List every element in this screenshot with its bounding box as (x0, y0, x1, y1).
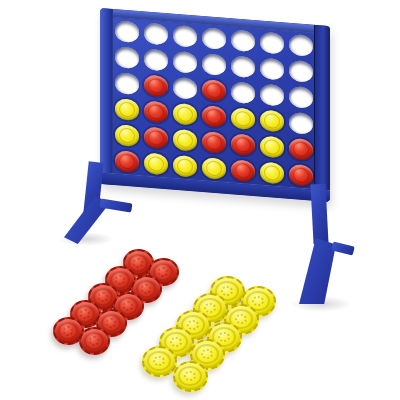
right-leg-post (310, 184, 328, 245)
empty-hole (173, 76, 197, 99)
yellow-checker[interactable] (173, 361, 208, 392)
board-grid (112, 17, 315, 189)
cell-r4c3[interactable] (170, 100, 199, 128)
right-leg-foot (294, 238, 336, 304)
cell-r2c1[interactable] (112, 43, 141, 71)
empty-hole (231, 81, 255, 104)
cell-r5c6[interactable] (257, 132, 286, 160)
red-piece (289, 137, 313, 160)
cell-r2c2[interactable] (141, 45, 170, 73)
red-piece (202, 130, 226, 153)
yellow-piece (115, 98, 139, 121)
cell-r3c2[interactable] (141, 71, 170, 99)
cell-r2c3[interactable] (170, 48, 199, 76)
cell-r6c3[interactable] (170, 152, 199, 180)
connect-four-product-photo (0, 0, 400, 400)
empty-hole (231, 55, 255, 78)
empty-hole (289, 33, 313, 56)
empty-hole (115, 46, 139, 69)
empty-hole (260, 83, 284, 106)
cell-r6c5[interactable] (228, 156, 257, 184)
cell-r1c4[interactable] (199, 24, 228, 52)
cell-r3c7[interactable] (286, 83, 315, 111)
left-foot-shadow (58, 232, 114, 246)
cell-r4c7[interactable] (286, 109, 315, 137)
cell-r1c1[interactable] (112, 17, 141, 45)
red-piece (144, 74, 168, 97)
cell-r3c1[interactable] (112, 69, 141, 97)
empty-hole (173, 50, 197, 73)
cell-r2c5[interactable] (228, 52, 257, 80)
empty-hole (202, 26, 226, 49)
cell-r3c3[interactable] (170, 74, 199, 102)
cell-r3c4[interactable] (199, 76, 228, 104)
red-piece (144, 100, 168, 123)
cell-r5c2[interactable] (141, 123, 170, 151)
cell-r5c3[interactable] (170, 126, 199, 154)
cell-r1c3[interactable] (170, 22, 199, 50)
yellow-piece (231, 107, 255, 130)
cell-r6c6[interactable] (257, 158, 286, 186)
empty-hole (202, 52, 226, 75)
yellow-piece (173, 154, 197, 177)
empty-hole (231, 29, 255, 52)
yellow-piece (173, 102, 197, 125)
yellow-piece (115, 124, 139, 147)
left-leg-toe (99, 199, 132, 213)
cell-r6c2[interactable] (141, 149, 170, 177)
cell-r6c4[interactable] (199, 154, 228, 182)
empty-hole (115, 72, 139, 95)
red-piece (289, 163, 313, 186)
cell-r4c4[interactable] (199, 102, 228, 130)
cell-r1c7[interactable] (286, 31, 315, 59)
cell-r2c4[interactable] (199, 50, 228, 78)
empty-hole (144, 48, 168, 71)
yellow-piece (260, 109, 284, 132)
empty-hole (260, 31, 284, 54)
cell-r5c1[interactable] (112, 121, 141, 149)
cell-r1c6[interactable] (257, 28, 286, 56)
cell-r5c4[interactable] (199, 128, 228, 156)
yellow-piece (202, 156, 226, 179)
red-piece (115, 150, 139, 173)
red-piece (202, 78, 226, 101)
cell-r6c1[interactable] (112, 147, 141, 175)
cell-r3c5[interactable] (228, 78, 257, 106)
empty-hole (289, 111, 313, 134)
cell-r4c5[interactable] (228, 104, 257, 132)
connect-four-board-frame (100, 8, 330, 202)
yellow-piece (173, 128, 197, 151)
cell-r3c6[interactable] (257, 80, 286, 108)
empty-hole (144, 22, 168, 45)
red-piece (231, 159, 255, 182)
cell-r5c7[interactable] (286, 135, 315, 163)
red-checker[interactable] (79, 327, 110, 355)
cell-r1c5[interactable] (228, 26, 257, 54)
cell-r4c2[interactable] (141, 97, 170, 125)
empty-hole (173, 24, 197, 47)
red-piece (202, 104, 226, 127)
yellow-piece (144, 152, 168, 175)
cell-r4c1[interactable] (112, 95, 141, 123)
board-right-rail (314, 25, 330, 202)
cell-r2c7[interactable] (286, 57, 315, 85)
yellow-checker[interactable] (142, 346, 177, 377)
cell-r1c2[interactable] (141, 19, 170, 47)
yellow-piece (260, 135, 284, 158)
cell-r4c6[interactable] (257, 106, 286, 134)
empty-hole (289, 59, 313, 82)
empty-hole (115, 20, 139, 43)
right-leg-toe (331, 241, 355, 255)
red-piece (231, 133, 255, 156)
empty-hole (260, 57, 284, 80)
empty-hole (289, 85, 313, 108)
yellow-piece (260, 161, 284, 184)
red-piece (144, 126, 168, 149)
cell-r2c6[interactable] (257, 54, 286, 82)
cell-r5c5[interactable] (228, 130, 257, 158)
